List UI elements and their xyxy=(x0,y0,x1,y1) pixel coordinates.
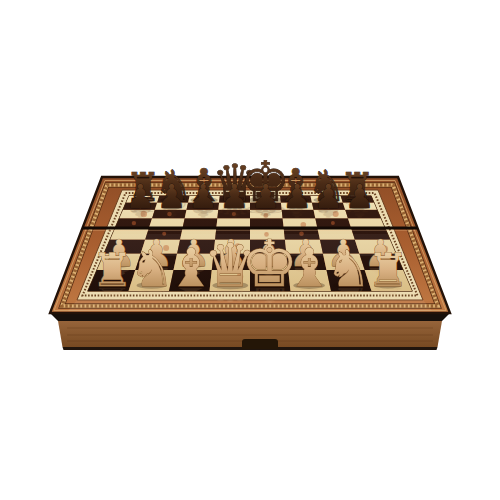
chess-board: ♜♜♞♞♝♝♛♛♚♚♝♝♞♞♜♜♟♟♟♟♟♟♟♟♟♟♟♟♟♟♟♟♟♟♟♟♟♟♟♟… xyxy=(0,0,500,500)
burl-spot xyxy=(331,221,335,225)
white-rook-a1: ♜ xyxy=(92,243,133,297)
wooden-folding-chess-set-photo: ♜♜♞♞♝♝♛♛♚♚♝♝♞♞♜♜♟♟♟♟♟♟♟♟♟♟♟♟♟♟♟♟♟♟♟♟♟♟♟♟… xyxy=(0,0,500,500)
black-pawn-b7: ♟ xyxy=(157,177,187,216)
white-knight-g1: ♞ xyxy=(326,239,371,298)
black-pawn-a7: ♟ xyxy=(125,177,155,216)
black-pawn-f7: ♟ xyxy=(282,177,312,216)
black-pawn-h7: ♟ xyxy=(345,177,375,216)
black-pawn-g7: ♟ xyxy=(313,177,343,216)
black-pawn-d7: ♟ xyxy=(219,177,249,216)
finger-notch-handle xyxy=(242,339,278,349)
black-pawn-c7: ♟ xyxy=(188,177,218,216)
black-pawn-e7: ♟ xyxy=(251,177,281,216)
burl-spot xyxy=(132,221,136,225)
white-rook-h1: ♜ xyxy=(367,243,408,297)
